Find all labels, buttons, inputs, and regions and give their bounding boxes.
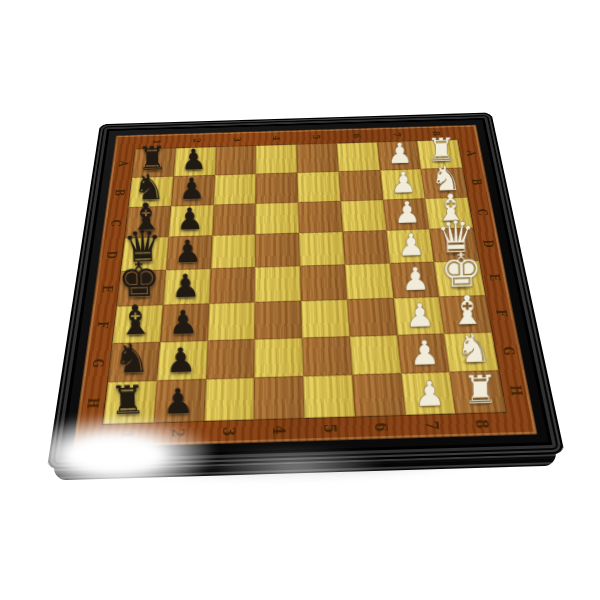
white-knight-g8[interactable]: ♞ xyxy=(454,328,491,369)
black-pawn-g2[interactable]: ♟ xyxy=(165,343,196,378)
square-d3[interactable] xyxy=(211,234,256,268)
white-pawn-a7[interactable]: ♟ xyxy=(387,139,413,168)
rank-label-6: 6 xyxy=(345,122,368,150)
square-g4[interactable] xyxy=(254,338,303,378)
square-c4[interactable] xyxy=(256,202,300,234)
square-e7[interactable]: ♟ xyxy=(389,262,439,298)
square-g3[interactable] xyxy=(206,339,255,380)
square-h7[interactable]: ♟ xyxy=(401,372,456,415)
rank-label-5: 5 xyxy=(316,407,344,451)
white-pawn-c7[interactable]: ♟ xyxy=(393,197,421,228)
square-c6[interactable] xyxy=(340,200,386,232)
square-g7[interactable]: ♟ xyxy=(397,333,450,373)
square-f3[interactable] xyxy=(207,302,255,340)
black-pawn-c2[interactable]: ♟ xyxy=(176,204,204,235)
white-pawn-b7[interactable]: ♟ xyxy=(390,167,417,197)
camera-glare-small xyxy=(205,448,385,488)
board-wood-border: 12345678 12345678 ABCDEFGH ABCDEFGH ♜♟♟♜… xyxy=(73,125,538,449)
black-pawn-f2[interactable]: ♟ xyxy=(168,305,198,339)
black-pawn-b2[interactable]: ♟ xyxy=(178,173,205,203)
square-g1[interactable]: ♞ xyxy=(108,342,160,383)
square-b3[interactable] xyxy=(213,174,256,205)
square-f2[interactable]: ♟ xyxy=(160,303,209,341)
white-pawn-d7[interactable]: ♟ xyxy=(397,229,426,261)
square-c3[interactable] xyxy=(212,203,256,235)
square-h8[interactable]: ♜ xyxy=(450,371,506,414)
black-pawn-e2[interactable]: ♟ xyxy=(171,270,200,303)
square-d5[interactable] xyxy=(299,232,345,266)
square-e3[interactable] xyxy=(209,267,255,303)
rank-label-5: 5 xyxy=(305,123,327,151)
black-pawn-d2[interactable]: ♟ xyxy=(174,236,203,268)
square-f4[interactable] xyxy=(255,301,302,339)
square-f7[interactable]: ♟ xyxy=(393,297,444,335)
white-pawn-g7[interactable]: ♟ xyxy=(409,336,440,371)
square-g2[interactable]: ♟ xyxy=(157,340,208,381)
camera-glare xyxy=(12,414,217,496)
square-b5[interactable] xyxy=(297,171,340,202)
white-rook-h8[interactable]: ♜ xyxy=(462,370,498,410)
photo-background: 12345678 12345678 ABCDEFGH ABCDEFGH ♜♟♟♜… xyxy=(0,0,600,600)
white-pawn-h7[interactable]: ♟ xyxy=(413,376,445,412)
square-b4[interactable] xyxy=(256,173,298,204)
board-grid: ♜♟♟♜♞♟♟♞♝♟♟♝♛♟♟♛♚♟♟♚♝♟♟♝♞♟♟♞♜♟♟♜ xyxy=(103,140,506,424)
square-e2[interactable]: ♟ xyxy=(163,269,211,305)
square-e5[interactable] xyxy=(300,265,347,301)
black-knight-g1[interactable]: ♞ xyxy=(113,338,150,379)
square-c5[interactable] xyxy=(298,201,342,233)
square-d6[interactable] xyxy=(343,231,390,265)
square-f6[interactable] xyxy=(347,298,397,336)
square-f5[interactable] xyxy=(301,299,349,337)
square-d4[interactable] xyxy=(255,233,300,267)
square-g6[interactable] xyxy=(350,335,401,375)
square-d2[interactable]: ♟ xyxy=(166,236,212,270)
square-d7[interactable]: ♟ xyxy=(386,229,434,263)
square-b6[interactable] xyxy=(338,170,382,201)
rank-label-3: 3 xyxy=(225,126,246,154)
square-h5[interactable] xyxy=(303,375,355,418)
white-pawn-e7[interactable]: ♟ xyxy=(401,263,430,296)
white-pawn-f7[interactable]: ♟ xyxy=(405,298,435,332)
black-pawn-a2[interactable]: ♟ xyxy=(181,145,207,174)
square-g5[interactable] xyxy=(302,336,352,376)
rank-label-4: 4 xyxy=(266,125,287,153)
square-e4[interactable] xyxy=(255,266,301,302)
square-e6[interactable] xyxy=(345,263,393,299)
